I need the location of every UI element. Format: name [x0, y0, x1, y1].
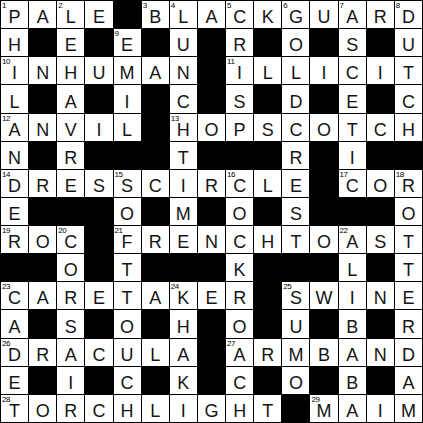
cell-r6c14[interactable]: 18R — [395, 170, 422, 197]
cell-r1c8[interactable]: R — [226, 29, 253, 56]
cell-r11c14[interactable]: R — [395, 310, 422, 337]
black-cell-r3c9 — [254, 85, 281, 112]
cell-r1c12[interactable]: S — [339, 29, 366, 56]
cell-r9c2[interactable]: O — [57, 254, 84, 281]
cell-letter-r14c2: R — [64, 402, 77, 422]
cell-r10c1[interactable]: A — [29, 282, 56, 309]
cell-r12c12[interactable]: A — [339, 339, 366, 366]
cell-letter-r1c4: E — [121, 36, 133, 56]
cell-r6c13[interactable]: O — [367, 170, 394, 197]
cell-letter-r9c8: K — [234, 261, 246, 281]
cell-letter-r9c14: T — [403, 261, 414, 281]
cell-r14c6[interactable]: I — [170, 395, 197, 422]
cell-r6c10[interactable]: E — [282, 170, 309, 197]
cell-letter-r13c12: B — [346, 374, 358, 394]
cell-letter-r6c7: R — [205, 177, 218, 197]
cell-letter-r8c7: N — [205, 233, 218, 253]
cell-r12c3[interactable]: C — [85, 339, 112, 366]
black-cell-r7c1 — [29, 198, 56, 225]
cell-r2c14[interactable]: T — [395, 57, 422, 84]
cell-letter-r6c6: I — [181, 177, 186, 197]
cell-letter-r3c6: C — [177, 93, 190, 113]
cell-letter-r14c1: O — [36, 402, 50, 422]
cell-r3c8[interactable]: S — [226, 85, 253, 112]
cell-r4c3[interactable]: I — [85, 114, 112, 141]
black-cell-r7c5 — [142, 198, 169, 225]
cell-letter-r11c10: U — [289, 318, 302, 338]
cell-letter-r12c9: R — [261, 346, 274, 366]
black-cell-r13c11 — [310, 367, 337, 394]
cell-r12c8[interactable]: 27A — [226, 339, 253, 366]
cell-r8c2[interactable]: 20C — [57, 226, 84, 253]
black-cell-r13c7 — [198, 367, 225, 394]
cell-r12c2[interactable]: A — [57, 339, 84, 366]
cell-r13c0[interactable]: E — [1, 367, 28, 394]
cell-r11c4[interactable]: O — [114, 310, 141, 337]
cell-r2c0[interactable]: 10I — [1, 57, 28, 84]
cell-r11c10[interactable]: U — [282, 310, 309, 337]
black-cell-r11c11 — [310, 310, 337, 337]
black-cell-r9c6 — [170, 254, 197, 281]
cell-letter-r10c3: E — [93, 289, 105, 309]
cell-r8c9[interactable]: H — [254, 226, 281, 253]
clue-number-4: 4 — [171, 1, 175, 10]
cell-r12c5[interactable]: L — [142, 339, 169, 366]
black-cell-r1c5 — [142, 29, 169, 56]
black-cell-r3c5 — [142, 85, 169, 112]
cell-r8c5[interactable]: R — [142, 226, 169, 253]
cell-r12c4[interactable]: U — [114, 339, 141, 366]
cell-r2c2[interactable]: H — [57, 57, 84, 84]
cell-r14c2[interactable]: R — [57, 395, 84, 422]
cell-r13c6[interactable]: K — [170, 367, 197, 394]
cell-r12c0[interactable]: 26D — [1, 339, 28, 366]
cell-letter-r9c2: O — [64, 261, 78, 281]
cell-letter-r5c2: R — [64, 149, 77, 169]
cell-r4c11[interactable]: O — [310, 114, 337, 141]
cell-letter-r7c4: O — [120, 205, 134, 225]
cell-r14c4[interactable]: H — [114, 395, 141, 422]
cell-r2c13[interactable]: I — [367, 57, 394, 84]
cell-r4c0[interactable]: 12A — [1, 114, 28, 141]
cell-r12c11[interactable]: B — [310, 339, 337, 366]
cell-letter-r14c11: M — [317, 402, 332, 422]
cell-r14c3[interactable]: C — [85, 395, 112, 422]
cell-r6c8[interactable]: 16C — [226, 170, 253, 197]
cell-r7c10[interactable]: S — [282, 198, 309, 225]
cell-letter-r2c8: I — [237, 64, 242, 84]
cell-r14c7[interactable]: G — [198, 395, 225, 422]
cell-letter-r1c2: E — [65, 36, 77, 56]
cell-r12c14[interactable]: D — [395, 339, 422, 366]
cell-r2c4[interactable]: M — [114, 57, 141, 84]
black-cell-r5c13 — [367, 142, 394, 169]
cell-r3c2[interactable]: A — [57, 85, 84, 112]
cell-r9c8[interactable]: K — [226, 254, 253, 281]
black-cell-r5c7 — [198, 142, 225, 169]
cell-r11c0[interactable]: A — [1, 310, 28, 337]
cell-r8c12[interactable]: 22A — [339, 226, 366, 253]
black-cell-r6c11 — [310, 170, 337, 197]
cell-r1c4[interactable]: 9E — [114, 29, 141, 56]
cell-r2c5[interactable]: A — [142, 57, 169, 84]
black-cell-r1c1 — [29, 29, 56, 56]
cell-r14c9[interactable]: T — [254, 395, 281, 422]
cell-letter-r2c5: A — [149, 64, 161, 84]
cell-r4c10[interactable]: C — [282, 114, 309, 141]
cell-letter-r8c4: F — [122, 233, 133, 253]
black-cell-r1c9 — [254, 29, 281, 56]
cell-r6c9[interactable]: L — [254, 170, 281, 197]
cell-r10c3[interactable]: E — [85, 282, 112, 309]
cell-r3c10[interactable]: D — [282, 85, 309, 112]
cell-r2c1[interactable]: N — [29, 57, 56, 84]
cell-r6c6[interactable]: I — [170, 170, 197, 197]
cell-letter-r9c12: L — [347, 261, 357, 281]
clue-number-24: 24 — [171, 282, 179, 291]
cell-r14c0[interactable]: 28T — [1, 395, 28, 422]
cell-r6c1[interactable]: R — [29, 170, 56, 197]
cell-letter-r2c3: U — [92, 64, 105, 84]
cell-letter-r13c10: O — [289, 374, 303, 394]
cell-r5c2[interactable]: R — [57, 142, 84, 169]
cell-r13c2[interactable]: I — [57, 367, 84, 394]
cell-r14c1[interactable]: O — [29, 395, 56, 422]
cell-r3c0[interactable]: L — [1, 85, 28, 112]
cell-letter-r3c12: E — [346, 93, 358, 113]
cell-letter-r11c4: O — [120, 318, 134, 338]
cell-letter-r6c14: R — [402, 177, 415, 197]
cell-letter-r10c11: W — [316, 289, 333, 309]
cell-letter-r3c14: C — [402, 93, 415, 113]
cell-r14c14[interactable]: M — [395, 395, 422, 422]
black-cell-r3c3 — [85, 85, 112, 112]
cell-r10c2[interactable]: R — [57, 282, 84, 309]
cell-r10c14[interactable]: E — [395, 282, 422, 309]
cell-r8c14[interactable]: T — [395, 226, 422, 253]
cell-r14c12[interactable]: A — [339, 395, 366, 422]
cell-r5c0[interactable]: N — [1, 142, 28, 169]
cell-r6c7[interactable]: R — [198, 170, 225, 197]
black-cell-r9c11 — [310, 254, 337, 281]
clue-number-28: 28 — [2, 395, 10, 404]
clue-number-18: 18 — [396, 170, 404, 179]
cell-r12c10[interactable]: M — [282, 339, 309, 366]
cell-r10c4[interactable]: T — [114, 282, 141, 309]
black-cell-r7c7 — [198, 198, 225, 225]
cell-letter-r0c10: G — [289, 8, 303, 28]
cell-letter-r0c13: R — [374, 8, 387, 28]
cell-letter-r8c5: R — [149, 233, 162, 253]
clue-number-23: 23 — [2, 282, 10, 291]
cell-r1c14[interactable]: U — [395, 29, 422, 56]
cell-r2c9[interactable]: L — [254, 57, 281, 84]
cell-letter-r0c7: A — [205, 8, 217, 28]
cell-r8c11[interactable]: O — [310, 226, 337, 253]
black-cell-r9c10 — [282, 254, 309, 281]
cell-r7c8[interactable]: O — [226, 198, 253, 225]
cell-letter-r8c6: E — [177, 233, 189, 253]
cell-r3c6[interactable]: C — [170, 85, 197, 112]
cell-letter-r6c0: D — [8, 177, 21, 197]
cell-letter-r8c13: S — [374, 233, 386, 253]
cell-r4c1[interactable]: N — [29, 114, 56, 141]
cell-r8c7[interactable]: N — [198, 226, 225, 253]
cell-letter-r1c10: O — [289, 36, 303, 56]
clue-number-13: 13 — [171, 114, 179, 123]
cell-letter-r4c12: T — [347, 121, 358, 141]
cell-letter-r12c2: A — [65, 346, 77, 366]
cell-r14c13[interactable]: I — [367, 395, 394, 422]
cell-r0c12[interactable]: 7A — [339, 1, 366, 28]
cell-r8c10[interactable]: T — [282, 226, 309, 253]
cell-r5c12[interactable]: I — [339, 142, 366, 169]
black-cell-r11c3 — [85, 310, 112, 337]
cell-letter-r8c2: C — [64, 233, 77, 253]
cell-r0c6[interactable]: 4L — [170, 1, 197, 28]
cell-r0c5[interactable]: 3B — [142, 1, 169, 28]
cell-r3c14[interactable]: C — [395, 85, 422, 112]
cell-letter-r8c12: A — [346, 233, 358, 253]
cell-r1c2[interactable]: E — [57, 29, 84, 56]
cell-r4c2[interactable]: V — [57, 114, 84, 141]
black-cell-r12c7 — [198, 339, 225, 366]
crossword-grid: 1PA2LE3B4LA5CK6GU7AR8DHE9EUROSU10INHUMAN… — [0, 0, 423, 423]
black-cell-r11c13 — [367, 310, 394, 337]
cell-r1c0[interactable]: H — [1, 29, 28, 56]
cell-r2c11[interactable]: I — [310, 57, 337, 84]
clue-number-8: 8 — [396, 1, 400, 10]
cell-r10c6[interactable]: 24K — [170, 282, 197, 309]
cell-r6c5[interactable]: C — [142, 170, 169, 197]
cell-r10c11[interactable]: W — [310, 282, 337, 309]
cell-r8c8[interactable]: C — [226, 226, 253, 253]
cell-r4c14[interactable]: H — [395, 114, 422, 141]
cell-r2c8[interactable]: 11I — [226, 57, 253, 84]
cell-letter-r10c8: R — [233, 289, 246, 309]
cell-letter-r4c9: S — [262, 121, 274, 141]
clue-number-19: 19 — [2, 226, 10, 235]
cell-r13c4[interactable]: C — [114, 367, 141, 394]
cell-letter-r0c14: D — [402, 8, 415, 28]
clue-number-3: 3 — [143, 1, 147, 10]
black-cell-r2c7 — [198, 57, 225, 84]
cell-r1c6[interactable]: U — [170, 29, 197, 56]
cell-letter-r4c3: I — [96, 121, 101, 141]
cell-r12c9[interactable]: R — [254, 339, 281, 366]
cell-letter-r1c8: R — [233, 36, 246, 56]
clue-number-25: 25 — [283, 282, 291, 291]
cell-letter-r14c14: M — [401, 402, 416, 422]
cell-letter-r14c7: G — [204, 402, 218, 422]
cell-letter-r4c10: C — [289, 121, 302, 141]
black-cell-r4c5 — [142, 114, 169, 141]
cell-r8c0[interactable]: 19R — [1, 226, 28, 253]
cell-r7c4[interactable]: O — [114, 198, 141, 225]
cell-r9c12[interactable]: L — [339, 254, 366, 281]
cell-r13c10[interactable]: O — [282, 367, 309, 394]
cell-r0c0[interactable]: 1P — [1, 1, 28, 28]
cell-r2c10[interactable]: L — [282, 57, 309, 84]
cell-letter-r2c14: T — [403, 64, 414, 84]
cell-letter-r0c8: C — [233, 8, 246, 28]
cell-r12c13[interactable]: N — [367, 339, 394, 366]
cell-r0c2[interactable]: 2L — [57, 1, 84, 28]
black-cell-r3c11 — [310, 85, 337, 112]
cell-r7c14[interactable]: O — [395, 198, 422, 225]
cell-r10c7[interactable]: E — [198, 282, 225, 309]
cell-r4c13[interactable]: C — [367, 114, 394, 141]
cell-r2c12[interactable]: C — [339, 57, 366, 84]
black-cell-r5c14 — [395, 142, 422, 169]
black-cell-r5c4 — [114, 142, 141, 169]
cell-r6c0[interactable]: 14D — [1, 170, 28, 197]
black-cell-r5c11 — [310, 142, 337, 169]
black-cell-r7c11 — [310, 198, 337, 225]
cell-r4c8[interactable]: P — [226, 114, 253, 141]
cell-r3c4[interactable]: I — [114, 85, 141, 112]
cell-letter-r10c1: A — [37, 289, 49, 309]
clue-number-5: 5 — [227, 1, 231, 10]
cell-r4c7[interactable]: O — [198, 114, 225, 141]
cell-r14c5[interactable]: L — [142, 395, 169, 422]
cell-r0c9[interactable]: K — [254, 1, 281, 28]
cell-r4c4[interactable]: L — [114, 114, 141, 141]
black-cell-r0c4 — [114, 1, 141, 28]
cell-r6c12[interactable]: 17C — [339, 170, 366, 197]
cell-r10c5[interactable]: A — [142, 282, 169, 309]
cell-r0c7[interactable]: A — [198, 1, 225, 28]
cell-letter-r8c0: R — [8, 233, 21, 253]
black-cell-r7c9 — [254, 198, 281, 225]
cell-r12c6[interactable]: A — [170, 339, 197, 366]
cell-r0c13[interactable]: R — [367, 1, 394, 28]
cell-r6c2[interactable]: E — [57, 170, 84, 197]
cell-letter-r0c6: L — [178, 8, 188, 28]
cell-letter-r12c10: M — [288, 346, 303, 366]
cell-r11c6[interactable]: H — [170, 310, 197, 337]
cell-r7c6[interactable]: M — [170, 198, 197, 225]
cell-letter-r1c0: H — [8, 36, 21, 56]
cell-letter-r0c2: L — [66, 8, 76, 28]
cell-r8c1[interactable]: O — [29, 226, 56, 253]
cell-letter-r13c6: K — [177, 374, 189, 394]
cell-letter-r1c6: U — [177, 36, 190, 56]
cell-r10c12[interactable]: I — [339, 282, 366, 309]
cell-r2c3[interactable]: U — [85, 57, 112, 84]
cell-letter-r0c5: B — [149, 8, 161, 28]
cell-r0c11[interactable]: U — [310, 1, 337, 28]
black-cell-r1c11 — [310, 29, 337, 56]
clue-number-1: 1 — [2, 1, 6, 10]
cell-r14c8[interactable]: H — [226, 395, 253, 422]
cell-r1c10[interactable]: O — [282, 29, 309, 56]
cell-letter-r2c9: L — [263, 64, 273, 84]
cell-letter-r6c5: C — [149, 177, 162, 197]
cell-r8c13[interactable]: S — [367, 226, 394, 253]
cell-r0c1[interactable]: A — [29, 1, 56, 28]
black-cell-r11c5 — [142, 310, 169, 337]
cell-r7c0[interactable]: E — [1, 198, 28, 225]
cell-letter-r14c8: H — [233, 402, 246, 422]
cell-letter-r12c8: A — [234, 346, 246, 366]
cell-r5c6[interactable]: T — [170, 142, 197, 169]
cell-letter-r6c10: E — [290, 177, 302, 197]
cell-letter-r14c0: T — [9, 402, 20, 422]
cell-letter-r3c10: D — [289, 93, 302, 113]
cell-letter-r10c13: N — [374, 289, 387, 309]
cell-r0c8[interactable]: 5C — [226, 1, 253, 28]
black-cell-r11c7 — [198, 310, 225, 337]
cell-letter-r2c4: M — [120, 64, 135, 84]
cell-r12c1[interactable]: R — [29, 339, 56, 366]
cell-r9c4[interactable]: T — [114, 254, 141, 281]
cell-r9c14[interactable]: T — [395, 254, 422, 281]
cell-r4c9[interactable]: S — [254, 114, 281, 141]
cell-r0c14[interactable]: 8D — [395, 1, 422, 28]
cell-r2c6[interactable]: N — [170, 57, 197, 84]
black-cell-r13c9 — [254, 367, 281, 394]
cell-letter-r8c8: C — [233, 233, 246, 253]
cell-r10c0[interactable]: 23C — [1, 282, 28, 309]
cell-r10c10[interactable]: 25S — [282, 282, 309, 309]
clue-number-21: 21 — [115, 226, 123, 235]
cell-letter-r6c13: O — [373, 177, 387, 197]
cell-r8c4[interactable]: 21F — [114, 226, 141, 253]
cell-r13c12[interactable]: B — [339, 367, 366, 394]
cell-r4c12[interactable]: T — [339, 114, 366, 141]
cell-r8c6[interactable]: E — [170, 226, 197, 253]
cell-letter-r12c14: D — [402, 346, 415, 366]
cell-letter-r6c9: L — [263, 177, 273, 197]
cell-r10c13[interactable]: N — [367, 282, 394, 309]
cell-r13c8[interactable]: C — [226, 367, 253, 394]
cell-r0c3[interactable]: E — [85, 1, 112, 28]
black-cell-r7c3 — [85, 198, 112, 225]
cell-letter-r11c14: R — [402, 318, 415, 338]
cell-letter-r3c0: L — [10, 93, 20, 113]
cell-letter-r11c8: O — [233, 318, 247, 338]
cell-letter-r12c5: L — [150, 346, 160, 366]
cell-letter-r11c0: A — [9, 318, 21, 338]
black-cell-r13c3 — [85, 367, 112, 394]
black-cell-r9c3 — [85, 254, 112, 281]
cell-letter-r0c3: E — [93, 8, 105, 28]
cell-letter-r2c2: H — [64, 64, 77, 84]
cell-r11c2[interactable]: S — [57, 310, 84, 337]
cell-letter-r1c14: U — [402, 36, 415, 56]
cell-r6c3[interactable]: S — [85, 170, 112, 197]
cell-letter-r6c2: E — [65, 177, 77, 197]
cell-r11c8[interactable]: O — [226, 310, 253, 337]
cell-r13c14[interactable]: A — [395, 367, 422, 394]
cell-r4c6[interactable]: 13H — [170, 114, 197, 141]
cell-letter-r13c2: I — [68, 374, 73, 394]
cell-r3c12[interactable]: E — [339, 85, 366, 112]
cell-r5c10[interactable]: R — [282, 142, 309, 169]
cell-letter-r8c10: T — [290, 233, 301, 253]
black-cell-r7c2 — [57, 198, 84, 225]
cell-letter-r0c11: U — [318, 8, 331, 28]
cell-r11c12[interactable]: B — [339, 310, 366, 337]
cell-r6c4[interactable]: 15S — [114, 170, 141, 197]
cell-r14c11[interactable]: 29M — [310, 395, 337, 422]
cell-r10c8[interactable]: R — [226, 282, 253, 309]
black-cell-r13c1 — [29, 367, 56, 394]
black-cell-r1c13 — [367, 29, 394, 56]
cell-r0c10[interactable]: 6G — [282, 1, 309, 28]
black-cell-r5c9 — [254, 142, 281, 169]
